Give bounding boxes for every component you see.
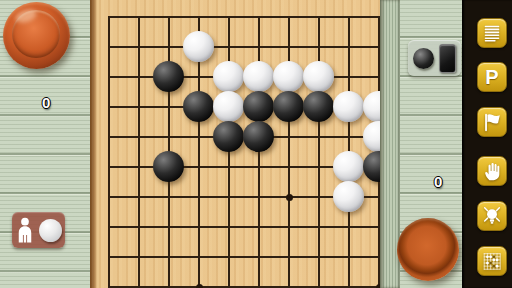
go-app-screen: 0 0 — [0, 0, 512, 288]
black-stone — [153, 151, 184, 182]
white-stone-bowl — [3, 2, 70, 69]
white-stone — [243, 61, 274, 92]
black-stone — [243, 121, 274, 152]
white-stone — [273, 61, 304, 92]
black-stone-icon — [413, 48, 434, 69]
white-stone — [213, 61, 244, 92]
left-capture-count: 0 — [42, 95, 50, 110]
star-point — [286, 194, 293, 201]
white-stone — [303, 61, 334, 92]
hand-button[interactable] — [477, 156, 507, 186]
black-stone — [303, 91, 334, 122]
go-board[interactable] — [90, 0, 380, 288]
move-list-button[interactable] — [477, 18, 507, 48]
board-button[interactable] — [477, 246, 507, 276]
hand-icon — [481, 160, 503, 182]
black-stone — [273, 91, 304, 122]
star-point — [196, 284, 203, 288]
white-stone — [333, 151, 364, 182]
white-stone — [333, 181, 364, 212]
white-stone-icon — [39, 219, 62, 242]
pass-button[interactable]: P — [477, 62, 507, 92]
white-stone — [183, 31, 214, 62]
letter-p: P — [485, 66, 498, 89]
white-stone — [213, 91, 244, 122]
resign-button[interactable] — [477, 107, 507, 137]
flag-icon — [481, 111, 503, 133]
white-player-indicator — [12, 212, 65, 248]
black-stone — [153, 61, 184, 92]
person-icon — [15, 216, 35, 244]
star-point — [376, 284, 381, 288]
right-capture-count: 0 — [434, 174, 442, 189]
mini-board-icon — [481, 250, 503, 272]
device-icon — [439, 44, 456, 73]
white-stone — [333, 91, 364, 122]
lightbulb-icon — [481, 205, 503, 227]
black-player-indicator — [408, 40, 461, 76]
list-lines-icon — [481, 22, 503, 44]
hint-button[interactable] — [477, 201, 507, 231]
toolbar: P — [462, 0, 512, 288]
black-stone — [243, 91, 274, 122]
board-grid-lines — [108, 16, 380, 288]
black-stone — [183, 91, 214, 122]
black-stone — [213, 121, 244, 152]
black-stone-bowl — [397, 218, 459, 281]
